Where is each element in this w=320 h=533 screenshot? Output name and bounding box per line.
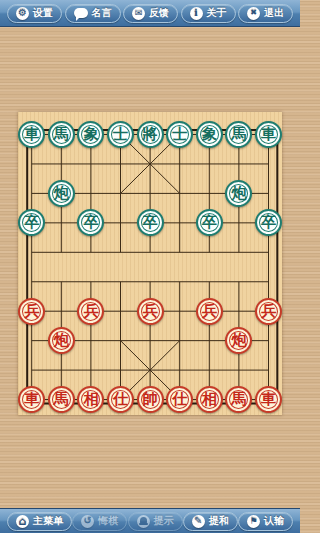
piece-black-f1-r0[interactable]: 車 xyxy=(18,121,45,148)
exit-label: 退出 xyxy=(264,6,284,20)
xiangqi-board[interactable]: 車馬象士將士象馬車炮炮卒卒卒卒卒兵兵兵兵兵炮炮車馬相仕帥仕相馬車 xyxy=(18,112,282,415)
main-menu-label: 主菜单 xyxy=(33,514,63,528)
piece-black-f4-r0[interactable]: 士 xyxy=(107,121,134,148)
piece-black-f9-r0[interactable]: 車 xyxy=(255,121,282,148)
piece-black-f5-r3[interactable]: 卒 xyxy=(137,209,164,236)
gear-icon xyxy=(16,7,29,20)
piece-black-f7-r3[interactable]: 卒 xyxy=(196,209,223,236)
flag-icon xyxy=(247,515,260,528)
board-grid xyxy=(18,112,282,415)
piece-red-f1-r6[interactable]: 兵 xyxy=(18,298,45,325)
hint-button[interactable]: 提示 xyxy=(128,512,183,531)
offer-draw-label: 提和 xyxy=(209,514,229,528)
piece-red-f5-r9[interactable]: 帥 xyxy=(137,386,164,413)
main-menu-button[interactable]: 主菜单 xyxy=(7,512,72,531)
piece-red-f2-r7[interactable]: 炮 xyxy=(48,327,75,354)
piece-black-f2-r2[interactable]: 炮 xyxy=(48,180,75,207)
quotes-label: 名言 xyxy=(92,6,112,20)
piece-red-f5-r6[interactable]: 兵 xyxy=(137,298,164,325)
piece-black-f2-r0[interactable]: 馬 xyxy=(48,121,75,148)
piece-red-f3-r6[interactable]: 兵 xyxy=(77,298,104,325)
resign-button[interactable]: 认输 xyxy=(238,512,293,531)
undo-icon xyxy=(81,515,94,528)
envelope-icon xyxy=(132,7,145,20)
piece-black-f6-r0[interactable]: 士 xyxy=(166,121,193,148)
piece-red-f7-r6[interactable]: 兵 xyxy=(196,298,223,325)
about-button[interactable]: 关于 xyxy=(181,4,236,23)
offer-draw-button[interactable]: 提和 xyxy=(183,512,238,531)
exit-button[interactable]: 退出 xyxy=(238,4,293,23)
about-label: 关于 xyxy=(207,6,227,20)
piece-red-f4-r9[interactable]: 仕 xyxy=(107,386,134,413)
top-toolbar: 设置 名言 反馈 关于 退出 xyxy=(0,0,300,27)
close-icon xyxy=(247,7,260,20)
quotes-button[interactable]: 名言 xyxy=(65,4,121,23)
undo-move-button[interactable]: 悔棋 xyxy=(72,512,127,531)
piece-red-f2-r9[interactable]: 馬 xyxy=(48,386,75,413)
undo-move-label: 悔棋 xyxy=(98,514,118,528)
speech-bubble-icon xyxy=(74,8,88,18)
settings-button[interactable]: 设置 xyxy=(7,4,62,23)
feedback-label: 反馈 xyxy=(149,6,169,20)
piece-black-f7-r0[interactable]: 象 xyxy=(196,121,223,148)
settings-label: 设置 xyxy=(33,6,53,20)
piece-black-f5-r0[interactable]: 將 xyxy=(137,121,164,148)
piece-red-f9-r9[interactable]: 車 xyxy=(255,386,282,413)
home-icon xyxy=(16,515,29,528)
hint-label: 提示 xyxy=(154,514,174,528)
piece-red-f9-r6[interactable]: 兵 xyxy=(255,298,282,325)
info-icon xyxy=(190,7,203,20)
bell-icon xyxy=(137,515,150,528)
feedback-button[interactable]: 反馈 xyxy=(123,4,178,23)
resign-label: 认输 xyxy=(264,514,284,528)
bottom-toolbar: 主菜单 悔棋 提示 提和 认输 xyxy=(0,508,300,533)
pencil-icon xyxy=(192,515,205,528)
piece-red-f7-r9[interactable]: 相 xyxy=(196,386,223,413)
